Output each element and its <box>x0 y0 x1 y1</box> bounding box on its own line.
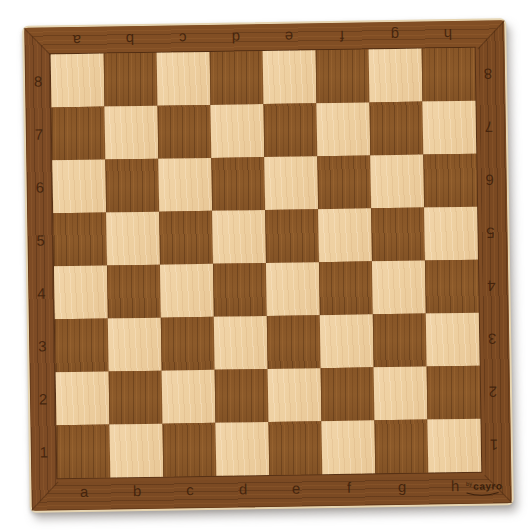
file-label-bottom-b: b <box>110 477 163 506</box>
square-g6[interactable] <box>370 155 424 209</box>
rank-label-right-3: 3 <box>479 312 506 365</box>
square-a1[interactable] <box>56 425 110 479</box>
square-e2[interactable] <box>268 368 322 422</box>
rank-label-left-1: 1 <box>30 425 57 478</box>
rank-label-left-3: 3 <box>29 319 56 372</box>
square-a3[interactable] <box>55 319 109 373</box>
square-b1[interactable] <box>109 424 163 478</box>
file-label-top-h: h <box>421 21 474 49</box>
square-e1[interactable] <box>268 421 322 475</box>
square-f2[interactable] <box>321 367 375 421</box>
square-c8[interactable] <box>157 52 211 106</box>
square-b5[interactable] <box>106 212 160 266</box>
square-d6[interactable] <box>211 157 265 211</box>
square-f8[interactable] <box>316 49 370 103</box>
square-c5[interactable] <box>159 211 213 265</box>
square-b3[interactable] <box>108 318 162 372</box>
square-c2[interactable] <box>162 370 216 424</box>
square-g1[interactable] <box>374 420 428 474</box>
square-h5[interactable] <box>424 207 478 261</box>
square-a5[interactable] <box>53 213 107 267</box>
file-label-top-e: e <box>262 23 315 51</box>
file-label-bottom-c: c <box>163 476 216 505</box>
square-c4[interactable] <box>160 264 214 318</box>
square-g5[interactable] <box>371 208 425 262</box>
square-e3[interactable] <box>267 315 321 369</box>
file-label-top-b: b <box>103 26 156 54</box>
square-d1[interactable] <box>215 422 269 476</box>
square-d4[interactable] <box>213 263 267 317</box>
square-a6[interactable] <box>52 160 106 214</box>
rank-label-left-8: 8 <box>25 54 52 107</box>
rank-label-left-7: 7 <box>25 107 52 160</box>
square-h8[interactable] <box>422 48 476 102</box>
square-h2[interactable] <box>427 366 481 420</box>
square-b8[interactable] <box>104 53 158 107</box>
square-d2[interactable] <box>215 369 269 423</box>
square-h6[interactable] <box>423 154 477 208</box>
square-e6[interactable] <box>264 156 318 210</box>
file-label-bottom-a: a <box>57 478 110 507</box>
square-c1[interactable] <box>162 423 216 477</box>
file-label-bottom-d: d <box>216 475 269 504</box>
square-g7[interactable] <box>369 102 423 156</box>
file-label-top-d: d <box>209 24 262 52</box>
square-e4[interactable] <box>266 262 320 316</box>
logo-by-text: by <box>466 481 472 487</box>
square-h1[interactable] <box>427 419 481 473</box>
square-h3[interactable] <box>426 313 480 367</box>
rank-label-left-2: 2 <box>30 372 57 425</box>
square-f1[interactable] <box>321 420 375 474</box>
square-d8[interactable] <box>210 51 264 105</box>
square-a7[interactable] <box>51 107 105 161</box>
file-label-top-a: a <box>50 27 103 55</box>
rank-label-right-2: 2 <box>480 365 507 418</box>
rank-label-right-8: 8 <box>475 47 502 100</box>
file-label-bottom-e: e <box>269 474 322 503</box>
rank-label-right-5: 5 <box>477 206 504 259</box>
cayro-logo: bycayro <box>466 476 503 497</box>
square-e8[interactable] <box>263 50 317 104</box>
file-label-bottom-f: f <box>322 473 375 502</box>
square-e5[interactable] <box>265 209 319 263</box>
square-f6[interactable] <box>317 155 371 209</box>
square-a4[interactable] <box>54 266 108 320</box>
square-f3[interactable] <box>320 314 374 368</box>
square-g3[interactable] <box>373 314 427 368</box>
board-photo: abcdefgh abcdefgh 87654321 87654321 byca… <box>0 0 532 532</box>
square-c7[interactable] <box>157 105 211 159</box>
square-g4[interactable] <box>372 261 426 315</box>
chess-board: abcdefgh abcdefgh 87654321 87654321 byca… <box>22 18 514 513</box>
rank-label-left-5: 5 <box>27 213 54 266</box>
square-d3[interactable] <box>214 316 268 370</box>
square-h7[interactable] <box>422 101 476 155</box>
square-d5[interactable] <box>212 210 266 264</box>
square-e7[interactable] <box>263 103 317 157</box>
board-grid <box>51 48 482 479</box>
file-label-bottom-g: g <box>375 473 428 502</box>
file-label-top-g: g <box>368 22 421 50</box>
square-h4[interactable] <box>425 260 479 314</box>
rank-label-left-4: 4 <box>28 266 55 319</box>
square-a8[interactable] <box>51 54 105 108</box>
rank-label-left-6: 6 <box>26 160 53 213</box>
square-b4[interactable] <box>107 265 161 319</box>
square-b7[interactable] <box>104 106 158 160</box>
square-c3[interactable] <box>161 317 215 371</box>
square-g2[interactable] <box>374 367 428 421</box>
file-label-top-f: f <box>315 22 368 50</box>
rank-label-right-6: 6 <box>476 153 503 206</box>
square-b6[interactable] <box>105 159 159 213</box>
logo-name-text: cayro <box>473 480 502 491</box>
rank-label-right-7: 7 <box>475 100 502 153</box>
file-label-top-c: c <box>156 25 209 53</box>
square-a2[interactable] <box>56 372 110 426</box>
logo-swoosh-icon <box>466 491 500 497</box>
rank-label-right-1: 1 <box>480 418 507 471</box>
square-c6[interactable] <box>158 158 212 212</box>
square-f7[interactable] <box>316 102 370 156</box>
square-g8[interactable] <box>369 49 423 103</box>
square-d7[interactable] <box>210 104 264 158</box>
square-f4[interactable] <box>319 261 373 315</box>
rank-label-right-4: 4 <box>478 259 505 312</box>
square-b2[interactable] <box>109 371 163 425</box>
square-f5[interactable] <box>318 208 372 262</box>
